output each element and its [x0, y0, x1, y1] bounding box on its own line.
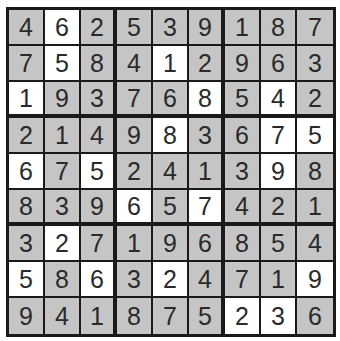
cell-r2c2[interactable]: 5: [45, 46, 81, 82]
cell-r2c4[interactable]: 4: [117, 46, 153, 82]
cell-r1c4[interactable]: 5: [117, 10, 153, 46]
cell-r1c7[interactable]: 1: [225, 10, 261, 46]
cell-r2c9[interactable]: 3: [297, 46, 333, 82]
cell-r5c7[interactable]: 3: [225, 154, 261, 190]
cell-r7c2[interactable]: 2: [45, 226, 81, 262]
cell-r7c3[interactable]: 7: [81, 226, 117, 262]
cell-r1c2[interactable]: 6: [45, 10, 81, 46]
cell-r2c1[interactable]: 7: [9, 46, 45, 82]
cell-r4c7[interactable]: 6: [225, 118, 261, 154]
cell-r6c3[interactable]: 9: [81, 190, 117, 226]
cell-r5c2[interactable]: 7: [45, 154, 81, 190]
cell-r5c5[interactable]: 4: [153, 154, 189, 190]
cell-r6c6[interactable]: 7: [189, 190, 225, 226]
cell-r4c3[interactable]: 4: [81, 118, 117, 154]
cell-r8c7[interactable]: 7: [225, 262, 261, 298]
cell-r8c5[interactable]: 2: [153, 262, 189, 298]
cell-r9c5[interactable]: 7: [153, 298, 189, 334]
cell-r1c1[interactable]: 4: [9, 10, 45, 46]
cell-r3c5[interactable]: 6: [153, 82, 189, 118]
cell-r6c1[interactable]: 8: [9, 190, 45, 226]
cell-r8c9[interactable]: 9: [297, 262, 333, 298]
cell-r8c3[interactable]: 6: [81, 262, 117, 298]
cell-r4c1[interactable]: 2: [9, 118, 45, 154]
cell-r1c5[interactable]: 3: [153, 10, 189, 46]
cell-r6c8[interactable]: 2: [261, 190, 297, 226]
cell-r6c7[interactable]: 4: [225, 190, 261, 226]
cell-r8c2[interactable]: 8: [45, 262, 81, 298]
cell-r3c6[interactable]: 8: [189, 82, 225, 118]
cell-r8c6[interactable]: 4: [189, 262, 225, 298]
cell-r7c9[interactable]: 4: [297, 226, 333, 262]
cell-r7c1[interactable]: 3: [9, 226, 45, 262]
cell-r8c8[interactable]: 1: [261, 262, 297, 298]
cell-r1c3[interactable]: 2: [81, 10, 117, 46]
cell-r1c6[interactable]: 9: [189, 10, 225, 46]
cell-r4c5[interactable]: 8: [153, 118, 189, 154]
cell-r1c8[interactable]: 8: [261, 10, 297, 46]
cell-r4c8[interactable]: 7: [261, 118, 297, 154]
sudoku-board: 4625391877584129631937685422149836756752…: [6, 7, 336, 337]
cell-r8c1[interactable]: 5: [9, 262, 45, 298]
cell-r4c4[interactable]: 9: [117, 118, 153, 154]
cell-r1c9[interactable]: 7: [297, 10, 333, 46]
cell-r4c9[interactable]: 5: [297, 118, 333, 154]
cell-r3c7[interactable]: 5: [225, 82, 261, 118]
cell-r3c8[interactable]: 4: [261, 82, 297, 118]
cell-r9c6[interactable]: 5: [189, 298, 225, 334]
cell-r3c4[interactable]: 7: [117, 82, 153, 118]
cell-r3c9[interactable]: 2: [297, 82, 333, 118]
cell-r3c2[interactable]: 9: [45, 82, 81, 118]
cell-r4c6[interactable]: 3: [189, 118, 225, 154]
cell-r5c1[interactable]: 6: [9, 154, 45, 190]
cell-r7c5[interactable]: 9: [153, 226, 189, 262]
cell-r3c3[interactable]: 3: [81, 82, 117, 118]
cell-r4c2[interactable]: 1: [45, 118, 81, 154]
cell-r7c7[interactable]: 8: [225, 226, 261, 262]
cell-r2c3[interactable]: 8: [81, 46, 117, 82]
cell-r5c8[interactable]: 9: [261, 154, 297, 190]
cell-r6c9[interactable]: 1: [297, 190, 333, 226]
cell-r2c7[interactable]: 9: [225, 46, 261, 82]
cell-r8c4[interactable]: 3: [117, 262, 153, 298]
cell-r2c5[interactable]: 1: [153, 46, 189, 82]
cell-r6c5[interactable]: 5: [153, 190, 189, 226]
page: 4625391877584129631937685422149836756752…: [0, 0, 340, 341]
cell-r9c2[interactable]: 4: [45, 298, 81, 334]
cell-r9c7[interactable]: 2: [225, 298, 261, 334]
cell-r6c2[interactable]: 3: [45, 190, 81, 226]
cell-r6c4[interactable]: 6: [117, 190, 153, 226]
cell-r7c6[interactable]: 6: [189, 226, 225, 262]
cell-r2c6[interactable]: 2: [189, 46, 225, 82]
cell-r2c8[interactable]: 6: [261, 46, 297, 82]
cell-r7c8[interactable]: 5: [261, 226, 297, 262]
cell-r5c6[interactable]: 1: [189, 154, 225, 190]
cell-r9c3[interactable]: 1: [81, 298, 117, 334]
cell-r9c9[interactable]: 6: [297, 298, 333, 334]
cell-r9c8[interactable]: 3: [261, 298, 297, 334]
cell-r9c4[interactable]: 8: [117, 298, 153, 334]
cell-r5c9[interactable]: 8: [297, 154, 333, 190]
cell-r5c4[interactable]: 2: [117, 154, 153, 190]
cell-r9c1[interactable]: 9: [9, 298, 45, 334]
cell-r5c3[interactable]: 5: [81, 154, 117, 190]
cell-r7c4[interactable]: 1: [117, 226, 153, 262]
cell-r3c1[interactable]: 1: [9, 82, 45, 118]
